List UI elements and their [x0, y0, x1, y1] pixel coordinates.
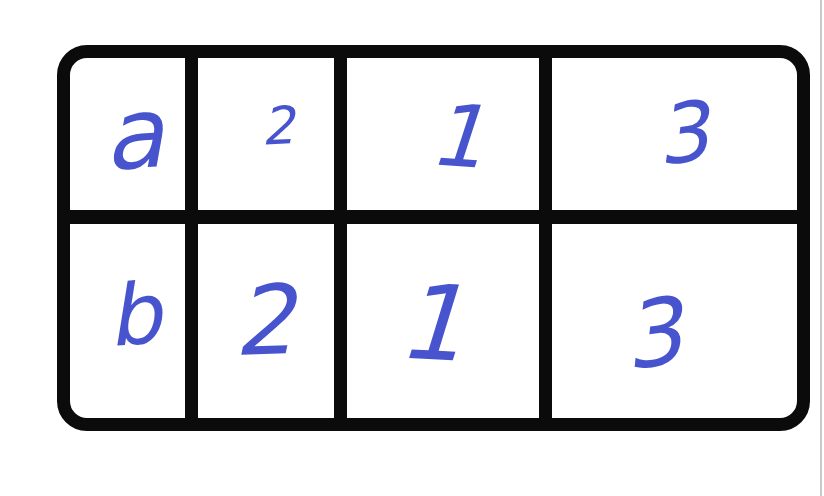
cell-glyph: 2	[260, 99, 296, 153]
drawing-canvas: a 2 1 3 b 2 1 3	[0, 0, 824, 496]
cell-r1c3: 1	[347, 58, 552, 224]
cell-glyph: b	[103, 271, 163, 359]
cell-glyph: 1	[395, 269, 467, 376]
canvas-edge-line	[820, 0, 822, 496]
hand-drawn-table: a 2 1 3 b 2 1 3	[57, 45, 810, 431]
cell-glyph: 3	[617, 285, 688, 384]
cell-r2c4: 3	[552, 224, 797, 418]
cell-r2c2: 2	[198, 224, 347, 418]
cell-r1c2: 2	[198, 58, 347, 224]
cell-r2c1: b	[70, 224, 198, 418]
cell-r1c1: a	[70, 58, 198, 224]
cell-r1c4: 3	[552, 58, 797, 224]
cell-r2c3: 1	[347, 224, 552, 418]
cell-glyph: 2	[232, 272, 296, 370]
cell-glyph: a	[100, 83, 167, 185]
cell-glyph: 3	[652, 90, 714, 178]
cell-glyph: 1	[427, 91, 488, 181]
